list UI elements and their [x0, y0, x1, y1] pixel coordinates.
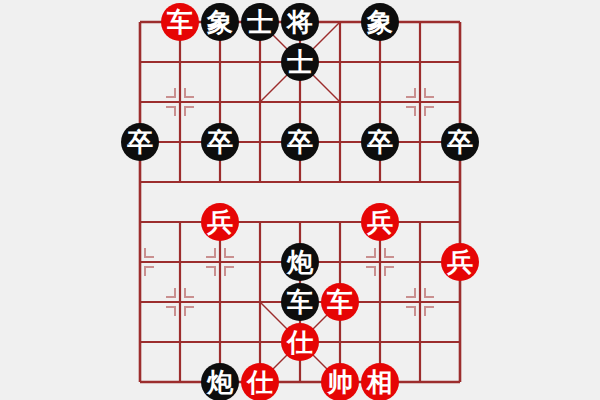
- piece-black-soldier[interactable]: 卒: [201, 123, 239, 161]
- piece-black-soldier[interactable]: 卒: [361, 123, 399, 161]
- piece-red-soldier[interactable]: 兵: [201, 203, 239, 241]
- piece-black-soldier[interactable]: 卒: [441, 123, 479, 161]
- piece-black-cannon[interactable]: 炮: [201, 363, 239, 400]
- piece-black-advisor[interactable]: 士: [241, 3, 279, 41]
- piece-black-general[interactable]: 将: [281, 3, 319, 41]
- piece-black-advisor[interactable]: 士: [281, 43, 319, 81]
- piece-red-soldier[interactable]: 兵: [361, 203, 399, 241]
- piece-red-elephant[interactable]: 相: [361, 363, 399, 400]
- piece-red-advisor[interactable]: 仕: [241, 363, 279, 400]
- piece-red-chariot[interactable]: 车: [321, 283, 359, 321]
- piece-black-elephant[interactable]: 象: [361, 3, 399, 41]
- piece-red-soldier[interactable]: 兵: [441, 243, 479, 281]
- xiangqi-app: 车象士将象士卒卒卒卒卒兵兵炮兵车车仕炮仕帅相: [0, 0, 600, 400]
- piece-red-general[interactable]: 帅: [321, 363, 359, 400]
- piece-black-elephant[interactable]: 象: [201, 3, 239, 41]
- piece-black-cannon[interactable]: 炮: [281, 243, 319, 281]
- piece-black-soldier[interactable]: 卒: [121, 123, 159, 161]
- piece-black-chariot[interactable]: 车: [281, 283, 319, 321]
- piece-red-chariot[interactable]: 车: [161, 3, 199, 41]
- piece-red-advisor[interactable]: 仕: [281, 323, 319, 361]
- piece-black-soldier[interactable]: 卒: [281, 123, 319, 161]
